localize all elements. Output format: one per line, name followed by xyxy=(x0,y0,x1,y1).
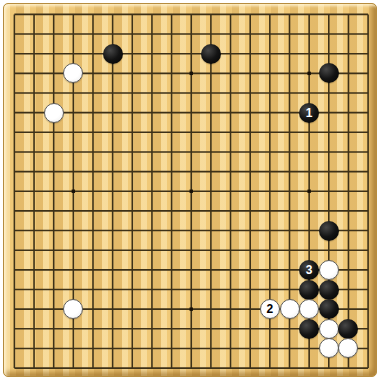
stone-black-r5[interactable] xyxy=(319,280,339,300)
go-diagram: 132 xyxy=(0,0,380,380)
stone-black-r8[interactable] xyxy=(319,221,339,241)
stone-white-p4[interactable] xyxy=(280,299,300,319)
move-number-label: 3 xyxy=(306,264,313,276)
stone-black-q6[interactable]: 3 xyxy=(299,260,319,280)
stone-white-c14[interactable] xyxy=(44,103,64,123)
stone-black-q3[interactable] xyxy=(299,319,319,339)
move-number-label: 2 xyxy=(267,303,274,315)
stone-white-r3[interactable] xyxy=(319,319,339,339)
stone-white-r6[interactable] xyxy=(319,260,339,280)
stone-black-q5[interactable] xyxy=(299,280,319,300)
go-board[interactable]: 132 xyxy=(3,3,377,377)
board-grid xyxy=(4,4,376,376)
stone-white-o4[interactable]: 2 xyxy=(260,299,280,319)
stone-black-l17[interactable] xyxy=(201,44,221,64)
stone-black-f17[interactable] xyxy=(103,44,123,64)
stone-black-r4[interactable] xyxy=(319,299,339,319)
stone-black-q14[interactable]: 1 xyxy=(299,103,319,123)
move-number-label: 1 xyxy=(306,107,313,119)
